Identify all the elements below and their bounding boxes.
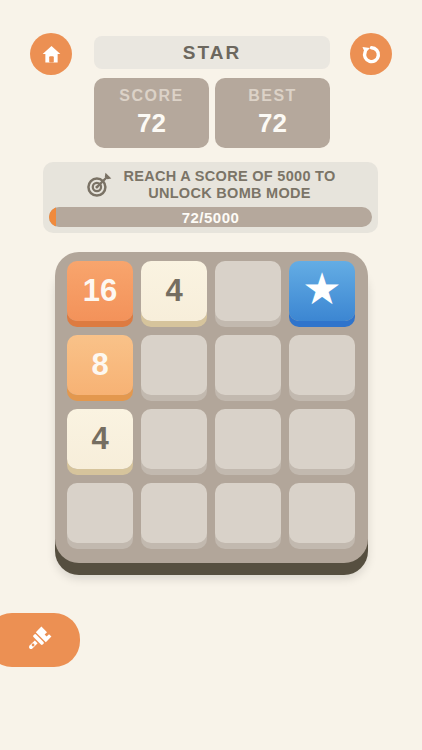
star-tile-r1c4: ★ bbox=[289, 261, 355, 321]
best-box: BEST 72 bbox=[215, 78, 330, 148]
best-value: 72 bbox=[258, 108, 287, 139]
home-icon bbox=[40, 43, 63, 66]
empty-cell-r4c3 bbox=[215, 483, 281, 543]
mode-title-bar: STAR bbox=[94, 36, 330, 69]
empty-cell-r2c3 bbox=[215, 335, 281, 395]
star-icon: ★ bbox=[302, 267, 341, 311]
goal-text-line1: REACH A SCORE OF 5000 TO bbox=[123, 168, 335, 185]
empty-cell-r1c3 bbox=[215, 261, 281, 321]
empty-cell-r4c4 bbox=[289, 483, 355, 543]
paintbrush-icon bbox=[21, 623, 55, 657]
goal-banner: REACH A SCORE OF 5000 TO UNLOCK BOMB MOD… bbox=[43, 162, 378, 233]
restart-icon bbox=[360, 43, 383, 66]
tile-4-r1c2: 4 bbox=[141, 261, 207, 321]
mode-title: STAR bbox=[183, 42, 241, 64]
tile-16-r1c1: 16 bbox=[67, 261, 133, 321]
home-button[interactable] bbox=[30, 33, 72, 75]
score-label: SCORE bbox=[119, 87, 183, 105]
bomb-progress-bar: 72/5000 bbox=[49, 207, 372, 227]
score-value: 72 bbox=[137, 108, 166, 139]
game-screen: STAR SCORE 72 BEST 72 bbox=[0, 0, 422, 750]
tile-4-r3c1: 4 bbox=[67, 409, 133, 469]
best-label: BEST bbox=[248, 87, 297, 105]
bomb-progress-label: 72/5000 bbox=[49, 207, 372, 227]
empty-cell-r2c4 bbox=[289, 335, 355, 395]
target-arrow-icon bbox=[85, 170, 114, 199]
empty-cell-r3c3 bbox=[215, 409, 281, 469]
score-box: SCORE 72 bbox=[94, 78, 209, 148]
empty-cell-r4c2 bbox=[141, 483, 207, 543]
theme-paint-button[interactable] bbox=[0, 613, 80, 667]
empty-cell-r3c4 bbox=[289, 409, 355, 469]
restart-button[interactable] bbox=[350, 33, 392, 75]
empty-cell-r3c2 bbox=[141, 409, 207, 469]
board-grid: 164★84 bbox=[55, 252, 368, 558]
empty-cell-r2c2 bbox=[141, 335, 207, 395]
tile-8-r2c1: 8 bbox=[67, 335, 133, 395]
empty-cell-r4c1 bbox=[67, 483, 133, 543]
goal-text: REACH A SCORE OF 5000 TO UNLOCK BOMB MOD… bbox=[123, 168, 335, 201]
game-board[interactable]: 164★84 bbox=[55, 252, 368, 563]
goal-text-line2: UNLOCK BOMB MODE bbox=[123, 185, 335, 202]
